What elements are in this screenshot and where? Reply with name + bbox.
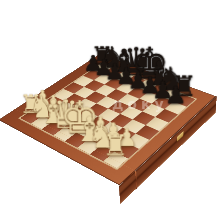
piece-black-king: ♚: [130, 42, 163, 85]
piece-black-rook: ♜: [87, 43, 118, 68]
piece-black-knight: ♞: [154, 63, 188, 95]
watermark-text: доку: [112, 96, 168, 112]
chess-box-assembly: ♜♞♝♛♚♝♞♜♟♟♟♟♟♟♟♟♟♟♟♟♟♟♟♟♜♞♝♛♚♝♞♜: [0, 54, 216, 186]
piece-black-rook: ♜: [167, 72, 202, 100]
brass-clasp-icon: [177, 131, 183, 142]
chess-set-product-photo: ♜♞♝♛♚♝♞♜♟♟♟♟♟♟♟♟♟♟♟♟♟♟♟♟♜♞♝♛♚♝♞♜ доку: [0, 0, 220, 209]
board-frame: ♜♞♝♛♚♝♞♜♟♟♟♟♟♟♟♟♟♟♟♟♟♟♟♟♜♞♝♛♚♝♞♜: [0, 54, 216, 186]
